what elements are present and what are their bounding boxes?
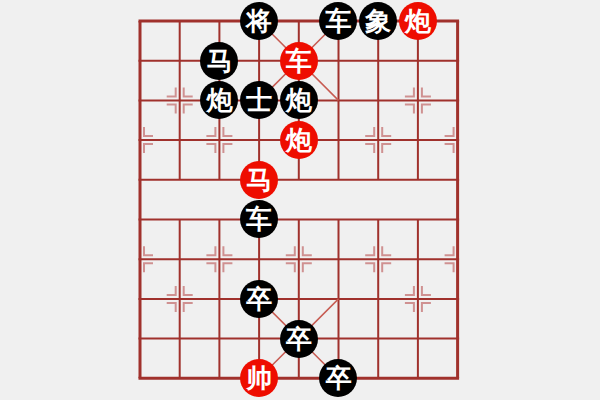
piece-black-chariot[interactable]: 车 (240, 200, 278, 238)
piece-black-advisor[interactable]: 士 (240, 81, 278, 119)
piece-black-elephant[interactable]: 象 (359, 2, 397, 40)
piece-black-chariot[interactable]: 车 (319, 2, 357, 40)
piece-black-cannon[interactable]: 炮 (200, 81, 238, 119)
piece-black-soldier[interactable]: 卒 (319, 359, 357, 397)
piece-red-chariot[interactable]: 车 (280, 42, 318, 80)
piece-black-cannon[interactable]: 炮 (280, 81, 318, 119)
piece-red-cannon[interactable]: 炮 (280, 121, 318, 159)
piece-red-cannon[interactable]: 炮 (399, 2, 437, 40)
pieces-layer: 将车象炮马车炮士炮炮马车卒卒帅卒 (120, 1, 477, 398)
piece-black-horse[interactable]: 马 (200, 42, 238, 80)
piece-black-soldier[interactable]: 卒 (280, 320, 318, 358)
piece-red-horse[interactable]: 马 (240, 161, 278, 199)
piece-black-soldier[interactable]: 卒 (240, 280, 278, 318)
xiangqi-board: 将车象炮马车炮士炮炮马车卒卒帅卒 (0, 0, 600, 400)
piece-red-general[interactable]: 帅 (240, 359, 278, 397)
piece-black-general[interactable]: 将 (240, 2, 278, 40)
